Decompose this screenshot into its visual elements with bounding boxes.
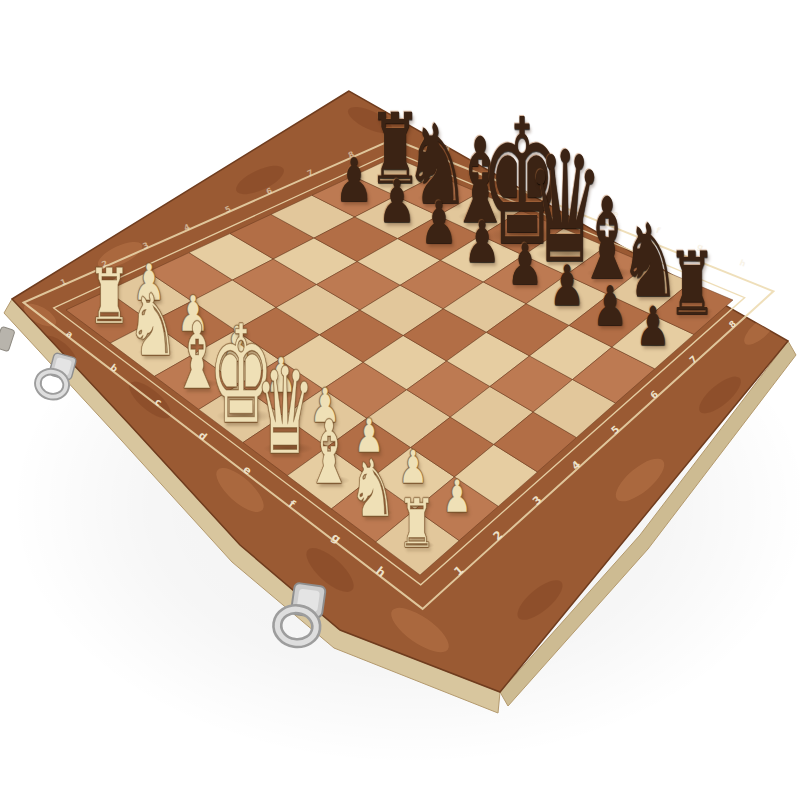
file-label-top-g: g [696,242,705,253]
metal-hinge [0,326,15,351]
product-photo: aabbccddeeffgghh1122334455667788 ♜♞♟♝♟♚♟… [0,0,800,800]
file-label-top-e: e [612,209,621,220]
file-label-top-c: c [528,176,536,186]
file-label-top-d: d [569,192,578,203]
chess-board: aabbccddeeffgghh1122334455667788 [0,0,800,800]
file-label-top-f: f [655,226,662,236]
file-label-top-h: h [738,258,747,269]
